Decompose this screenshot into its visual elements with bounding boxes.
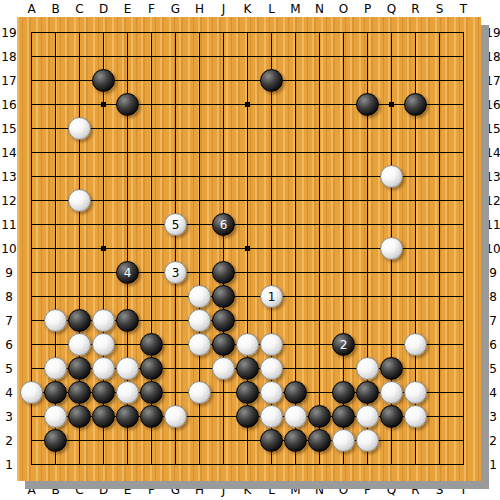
stone-black-E16 (116, 93, 139, 116)
row-label-right-6: 6 (489, 339, 497, 351)
stone-white-L4 (260, 381, 283, 404)
row-label-left-11: 11 (1, 219, 16, 231)
star-point-K10 (245, 246, 250, 251)
col-label-top-A: A (27, 3, 35, 15)
row-label-left-5: 5 (5, 363, 13, 375)
stone-black-F6 (140, 333, 163, 356)
row-label-left-6: 6 (5, 339, 13, 351)
stone-white-Q13 (380, 165, 403, 188)
stone-white-K6 (236, 333, 259, 356)
stone-white-D7 (92, 309, 115, 332)
stone-black-J9 (212, 261, 235, 284)
stone-white-B5 (44, 357, 67, 380)
col-label-top-R: R (411, 3, 419, 15)
stone-black-C7 (68, 309, 91, 332)
stone-white-G11: 5 (164, 213, 187, 236)
row-label-left-2: 2 (5, 435, 13, 447)
stone-black-N3 (308, 405, 331, 428)
stone-black-E9: 4 (116, 261, 139, 284)
stone-white-L3 (260, 405, 283, 428)
col-label-top-T: T (460, 3, 467, 15)
col-label-top-Q: Q (387, 3, 396, 15)
stone-white-H7 (188, 309, 211, 332)
stone-white-G9: 3 (164, 261, 187, 284)
star-point-Q16 (389, 102, 394, 107)
stone-white-H4 (188, 381, 211, 404)
star-point-K16 (245, 102, 250, 107)
stone-black-E3 (116, 405, 139, 428)
stone-white-D6 (92, 333, 115, 356)
col-label-top-P: P (364, 3, 371, 15)
row-label-right-8: 8 (489, 291, 497, 303)
stone-white-J5 (212, 357, 235, 380)
row-label-left-10: 10 (1, 243, 16, 255)
col-label-top-L: L (268, 3, 275, 15)
stone-white-P3 (356, 405, 379, 428)
stone-black-O4 (332, 381, 355, 404)
stone-white-D5 (92, 357, 115, 380)
row-label-right-3: 3 (489, 411, 497, 423)
stone-black-L2 (260, 429, 283, 452)
stone-black-P16 (356, 93, 379, 116)
stone-white-B3 (44, 405, 67, 428)
row-label-right-5: 5 (489, 363, 497, 375)
stone-white-C6 (68, 333, 91, 356)
stone-white-Q4 (380, 381, 403, 404)
stone-black-N2 (308, 429, 331, 452)
stone-black-M4 (284, 381, 307, 404)
board-shadow-bottom (25, 481, 489, 489)
stone-black-B4 (44, 381, 67, 404)
stone-white-E5 (116, 357, 139, 380)
stone-black-P4 (356, 381, 379, 404)
stone-black-J8 (212, 285, 235, 308)
stone-black-R16 (404, 93, 427, 116)
row-label-left-16: 16 (1, 99, 16, 111)
board-shadow-right (481, 25, 489, 489)
row-label-left-13: 13 (1, 171, 16, 183)
row-label-right-7: 7 (489, 315, 497, 327)
row-label-right-4: 4 (489, 387, 497, 399)
row-label-left-15: 15 (1, 123, 16, 135)
row-label-left-19: 19 (1, 27, 16, 39)
stone-white-R6 (404, 333, 427, 356)
row-label-left-1: 1 (5, 459, 13, 471)
stone-black-C4 (68, 381, 91, 404)
stone-white-G3 (164, 405, 187, 428)
row-label-left-17: 17 (1, 75, 16, 87)
stone-black-O6: 2 (332, 333, 355, 356)
stone-white-E4 (116, 381, 139, 404)
go-board[interactable]: 564312 (17, 17, 481, 481)
stone-white-A4 (20, 381, 43, 404)
row-label-left-7: 7 (5, 315, 13, 327)
row-label-left-12: 12 (1, 195, 16, 207)
col-label-top-S: S (436, 3, 444, 15)
stone-black-C3 (68, 405, 91, 428)
stone-black-J11: 6 (212, 213, 235, 236)
col-label-top-C: C (75, 3, 83, 15)
stone-white-L8: 1 (260, 285, 283, 308)
stone-black-D4 (92, 381, 115, 404)
row-label-left-14: 14 (1, 147, 16, 159)
stone-white-B7 (44, 309, 67, 332)
row-label-left-4: 4 (5, 387, 13, 399)
row-label-left-18: 18 (1, 51, 16, 63)
stone-black-F4 (140, 381, 163, 404)
stone-white-C15 (68, 117, 91, 140)
stone-black-K3 (236, 405, 259, 428)
stone-black-O3 (332, 405, 355, 428)
stone-white-C12 (68, 189, 91, 212)
star-point-D10 (101, 246, 106, 251)
col-label-top-H: H (195, 3, 204, 15)
col-label-top-J: J (222, 3, 226, 15)
stone-white-R4 (404, 381, 427, 404)
stone-black-L17 (260, 69, 283, 92)
stone-white-P2 (356, 429, 379, 452)
stone-black-E7 (116, 309, 139, 332)
col-label-top-K: K (244, 3, 252, 15)
stone-black-M2 (284, 429, 307, 452)
stone-black-C5 (68, 357, 91, 380)
stone-white-L6 (260, 333, 283, 356)
stone-white-R3 (404, 405, 427, 428)
row-label-left-3: 3 (5, 411, 13, 423)
stone-black-J6 (212, 333, 235, 356)
stone-white-O2 (332, 429, 355, 452)
stone-white-L5 (260, 357, 283, 380)
row-label-left-9: 9 (5, 267, 13, 279)
col-label-top-B: B (51, 3, 59, 15)
go-diagram-page: ABCDEFGHJKLMNOPQRST ABCDEFGHJKLMNOPQRST … (0, 0, 500, 500)
stone-white-H8 (188, 285, 211, 308)
stone-black-B2 (44, 429, 67, 452)
col-label-top-M: M (290, 3, 300, 15)
stone-black-D17 (92, 69, 115, 92)
stone-black-K5 (236, 357, 259, 380)
star-point-D16 (101, 102, 106, 107)
col-label-top-F: F (148, 3, 155, 15)
row-label-right-2: 2 (489, 435, 497, 447)
stone-black-Q3 (380, 405, 403, 428)
row-label-left-8: 8 (5, 291, 13, 303)
col-label-top-E: E (124, 3, 132, 15)
col-label-top-D: D (99, 3, 108, 15)
stone-white-Q10 (380, 237, 403, 260)
row-label-right-1: 1 (489, 459, 497, 471)
col-label-top-O: O (339, 3, 348, 15)
stone-black-F5 (140, 357, 163, 380)
stone-black-D3 (92, 405, 115, 428)
stone-white-M3 (284, 405, 307, 428)
col-label-top-N: N (315, 3, 324, 15)
stone-black-Q5 (380, 357, 403, 380)
stone-black-J7 (212, 309, 235, 332)
col-label-top-G: G (171, 3, 180, 15)
stone-white-H6 (188, 333, 211, 356)
stone-black-K4 (236, 381, 259, 404)
row-label-right-9: 9 (489, 267, 497, 279)
stone-white-P5 (356, 357, 379, 380)
stone-black-F3 (140, 405, 163, 428)
